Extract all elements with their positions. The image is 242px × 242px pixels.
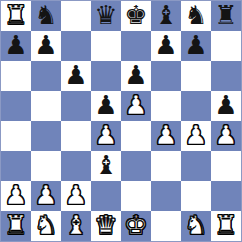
square-c7[interactable] bbox=[61, 31, 91, 61]
square-d2[interactable] bbox=[91, 181, 121, 211]
square-b2[interactable]: ♟ bbox=[31, 181, 61, 211]
square-g4[interactable]: ♟ bbox=[181, 121, 211, 151]
square-e6[interactable]: ♟ bbox=[121, 61, 151, 91]
black-pawn-icon[interactable]: ♟ bbox=[184, 32, 207, 58]
square-f2[interactable] bbox=[151, 181, 181, 211]
square-e1[interactable]: ♚ bbox=[121, 211, 151, 241]
square-h3[interactable] bbox=[211, 151, 241, 181]
square-e5[interactable]: ♟ bbox=[121, 91, 151, 121]
black-knight-icon[interactable]: ♞ bbox=[34, 2, 57, 28]
black-bishop-icon[interactable]: ♝ bbox=[154, 2, 177, 28]
square-g3[interactable] bbox=[181, 151, 211, 181]
square-d8[interactable]: ♛ bbox=[91, 1, 121, 31]
white-bishop-icon[interactable]: ♝ bbox=[64, 212, 87, 238]
square-e3[interactable] bbox=[121, 151, 151, 181]
square-h6[interactable] bbox=[211, 61, 241, 91]
square-d7[interactable] bbox=[91, 31, 121, 61]
square-e8[interactable]: ♚ bbox=[121, 1, 151, 31]
square-c3[interactable] bbox=[61, 151, 91, 181]
square-b8[interactable]: ♞ bbox=[31, 1, 61, 31]
square-f6[interactable] bbox=[151, 61, 181, 91]
black-rook-icon[interactable]: ♜ bbox=[214, 2, 237, 28]
square-a4[interactable] bbox=[1, 121, 31, 151]
white-king-icon[interactable]: ♚ bbox=[124, 212, 147, 238]
square-e2[interactable] bbox=[121, 181, 151, 211]
white-rook-icon[interactable]: ♜ bbox=[4, 2, 27, 28]
square-h1[interactable]: ♜ bbox=[211, 211, 241, 241]
white-pawn-icon[interactable]: ♟ bbox=[34, 182, 57, 208]
square-c5[interactable] bbox=[61, 91, 91, 121]
square-d3[interactable]: ♝ bbox=[91, 151, 121, 181]
black-pawn-icon[interactable]: ♟ bbox=[64, 62, 87, 88]
square-g1[interactable]: ♞ bbox=[181, 211, 211, 241]
black-queen-icon[interactable]: ♛ bbox=[94, 2, 117, 28]
square-f3[interactable] bbox=[151, 151, 181, 181]
white-knight-icon[interactable]: ♞ bbox=[184, 212, 207, 238]
black-pawn-icon[interactable]: ♟ bbox=[4, 32, 27, 58]
square-b5[interactable] bbox=[31, 91, 61, 121]
square-g6[interactable] bbox=[181, 61, 211, 91]
square-b1[interactable]: ♞ bbox=[31, 211, 61, 241]
square-b3[interactable] bbox=[31, 151, 61, 181]
square-a5[interactable] bbox=[1, 91, 31, 121]
chess-board: ♜♞♛♚♝♞♜♟♟♟♟♟♟♟♟♟♟♟♟♟♝♟♟♟♜♞♝♛♚♞♜ bbox=[0, 0, 242, 242]
white-knight-icon[interactable]: ♞ bbox=[34, 212, 57, 238]
black-pawn-icon[interactable]: ♟ bbox=[214, 92, 237, 118]
square-c2[interactable]: ♟ bbox=[61, 181, 91, 211]
square-b4[interactable] bbox=[31, 121, 61, 151]
black-knight-icon[interactable]: ♞ bbox=[184, 2, 207, 28]
square-g7[interactable]: ♟ bbox=[181, 31, 211, 61]
white-pawn-icon[interactable]: ♟ bbox=[154, 122, 177, 148]
square-a2[interactable]: ♟ bbox=[1, 181, 31, 211]
white-rook-icon[interactable]: ♜ bbox=[4, 212, 27, 238]
white-pawn-icon[interactable]: ♟ bbox=[94, 122, 117, 148]
black-king-icon[interactable]: ♚ bbox=[124, 2, 147, 28]
white-pawn-icon[interactable]: ♟ bbox=[4, 182, 27, 208]
white-rook-icon[interactable]: ♜ bbox=[214, 212, 237, 238]
square-g8[interactable]: ♞ bbox=[181, 1, 211, 31]
black-pawn-icon[interactable]: ♟ bbox=[154, 32, 177, 58]
square-f1[interactable] bbox=[151, 211, 181, 241]
square-a1[interactable]: ♜ bbox=[1, 211, 31, 241]
square-a8[interactable]: ♜ bbox=[1, 1, 31, 31]
square-h5[interactable]: ♟ bbox=[211, 91, 241, 121]
square-d6[interactable] bbox=[91, 61, 121, 91]
black-pawn-icon[interactable]: ♟ bbox=[94, 92, 117, 118]
square-f8[interactable]: ♝ bbox=[151, 1, 181, 31]
black-bishop-icon[interactable]: ♝ bbox=[94, 152, 117, 178]
square-h8[interactable]: ♜ bbox=[211, 1, 241, 31]
square-d1[interactable]: ♛ bbox=[91, 211, 121, 241]
square-c1[interactable]: ♝ bbox=[61, 211, 91, 241]
square-c6[interactable]: ♟ bbox=[61, 61, 91, 91]
white-pawn-icon[interactable]: ♟ bbox=[124, 92, 147, 118]
square-e4[interactable] bbox=[121, 121, 151, 151]
square-d4[interactable]: ♟ bbox=[91, 121, 121, 151]
white-pawn-icon[interactable]: ♟ bbox=[64, 182, 87, 208]
square-f7[interactable]: ♟ bbox=[151, 31, 181, 61]
square-b6[interactable] bbox=[31, 61, 61, 91]
square-f5[interactable] bbox=[151, 91, 181, 121]
square-h4[interactable]: ♟ bbox=[211, 121, 241, 151]
square-a3[interactable] bbox=[1, 151, 31, 181]
black-pawn-icon[interactable]: ♟ bbox=[124, 62, 147, 88]
square-h7[interactable] bbox=[211, 31, 241, 61]
white-pawn-icon[interactable]: ♟ bbox=[214, 122, 237, 148]
square-g2[interactable] bbox=[181, 181, 211, 211]
white-queen-icon[interactable]: ♛ bbox=[94, 212, 117, 238]
square-a6[interactable] bbox=[1, 61, 31, 91]
white-pawn-icon[interactable]: ♟ bbox=[184, 122, 207, 148]
square-g5[interactable] bbox=[181, 91, 211, 121]
square-a7[interactable]: ♟ bbox=[1, 31, 31, 61]
square-b7[interactable]: ♟ bbox=[31, 31, 61, 61]
square-c8[interactable] bbox=[61, 1, 91, 31]
square-d5[interactable]: ♟ bbox=[91, 91, 121, 121]
black-pawn-icon[interactable]: ♟ bbox=[34, 32, 57, 58]
square-f4[interactable]: ♟ bbox=[151, 121, 181, 151]
square-c4[interactable] bbox=[61, 121, 91, 151]
square-e7[interactable] bbox=[121, 31, 151, 61]
square-h2[interactable] bbox=[211, 181, 241, 211]
